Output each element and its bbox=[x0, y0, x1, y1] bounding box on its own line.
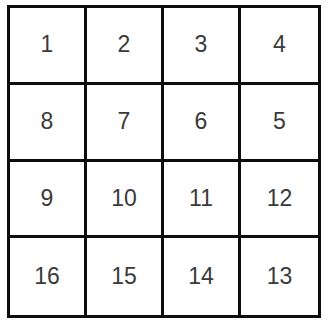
grid-cell-r3c3: 13 bbox=[241, 238, 318, 315]
grid-cell-r3c0: 16 bbox=[10, 238, 87, 315]
grid-cell-r3c2: 14 bbox=[164, 238, 241, 315]
grid-cell-r2c2: 11 bbox=[164, 162, 241, 239]
grid-cell-r0c2: 3 bbox=[164, 8, 241, 85]
grid-cell-r1c2: 6 bbox=[164, 85, 241, 162]
grid-cell-r2c0: 9 bbox=[10, 162, 87, 239]
grid-cell-r1c0: 8 bbox=[10, 85, 87, 162]
grid-cell-r0c0: 1 bbox=[10, 8, 87, 85]
grid-cell-r2c1: 10 bbox=[87, 162, 164, 239]
grid-cell-r3c1: 15 bbox=[87, 238, 164, 315]
puzzle-grid: 1 2 3 4 8 7 6 5 9 10 11 12 16 15 14 13 bbox=[7, 5, 321, 318]
grid-cell-r2c3: 12 bbox=[241, 162, 318, 239]
grid-cell-r1c1: 7 bbox=[87, 85, 164, 162]
grid-cell-r0c3: 4 bbox=[241, 8, 318, 85]
grid-cell-r1c3: 5 bbox=[241, 85, 318, 162]
grid-cell-r0c1: 2 bbox=[87, 8, 164, 85]
number-grid-board: 1 2 3 4 8 7 6 5 9 10 11 12 16 15 14 13 bbox=[7, 5, 321, 318]
